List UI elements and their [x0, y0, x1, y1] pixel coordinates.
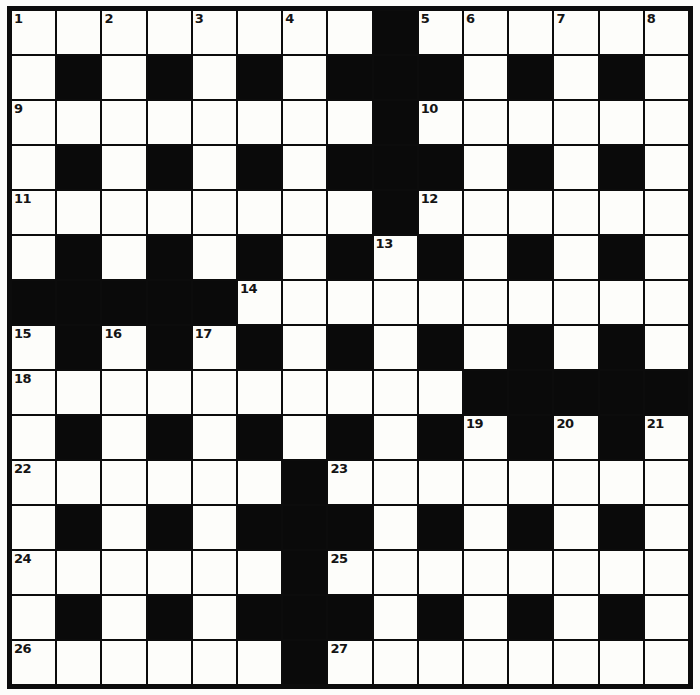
black-cell: [57, 416, 100, 459]
grid-cell[interactable]: [419, 461, 462, 504]
black-cell: [600, 506, 643, 549]
grid-cell[interactable]: [554, 56, 597, 99]
black-cell: [600, 596, 643, 639]
clue-number: 4: [285, 11, 294, 26]
grid-cell[interactable]: [238, 191, 281, 234]
grid-cell[interactable]: 19: [464, 416, 507, 459]
grid-cell[interactable]: [600, 101, 643, 144]
grid-cell[interactable]: [464, 326, 507, 369]
clue-number: 9: [14, 101, 23, 116]
grid-cell[interactable]: [283, 191, 326, 234]
black-cell: [148, 416, 191, 459]
clue-number: 22: [14, 461, 31, 476]
grid-cell[interactable]: [102, 236, 145, 279]
grid-cell[interactable]: 23: [328, 461, 371, 504]
grid-cell[interactable]: 25: [328, 551, 371, 594]
grid-cell[interactable]: [645, 56, 688, 99]
black-cell: [283, 461, 326, 504]
black-cell: [328, 506, 371, 549]
black-cell: [193, 281, 236, 324]
grid-cell[interactable]: [554, 596, 597, 639]
grid-cell[interactable]: [328, 101, 371, 144]
grid-cell[interactable]: [464, 641, 507, 684]
grid-cell[interactable]: [102, 191, 145, 234]
clue-number: 7: [556, 11, 565, 26]
grid-cell[interactable]: [645, 326, 688, 369]
grid-cell[interactable]: [554, 146, 597, 189]
clue-number: 14: [240, 281, 257, 296]
grid-cell[interactable]: [57, 371, 100, 414]
grid-cell[interactable]: [193, 506, 236, 549]
grid-cell[interactable]: 17: [193, 326, 236, 369]
clue-number: 19: [466, 416, 483, 431]
grid-cell[interactable]: [193, 641, 236, 684]
black-cell: [148, 236, 191, 279]
grid-cell[interactable]: [554, 236, 597, 279]
grid-cell[interactable]: [283, 146, 326, 189]
grid-cell[interactable]: [374, 461, 417, 504]
clue-number: 26: [14, 641, 31, 656]
grid-cell[interactable]: [238, 11, 281, 54]
grid-cell[interactable]: [102, 416, 145, 459]
black-cell: [509, 56, 552, 99]
grid-cell[interactable]: [238, 461, 281, 504]
grid-cell[interactable]: [464, 461, 507, 504]
clue-number: 1: [14, 11, 23, 26]
black-cell: [419, 146, 462, 189]
grid-cell[interactable]: [283, 236, 326, 279]
black-cell: [419, 506, 462, 549]
black-cell: [238, 506, 281, 549]
grid-cell[interactable]: [148, 101, 191, 144]
grid-cell[interactable]: [57, 461, 100, 504]
grid-cell[interactable]: 20: [554, 416, 597, 459]
grid-cell[interactable]: 7: [554, 11, 597, 54]
grid-cell[interactable]: 1: [12, 11, 55, 54]
grid-cell[interactable]: [193, 191, 236, 234]
grid-cell[interactable]: [57, 101, 100, 144]
grid-cell[interactable]: [193, 416, 236, 459]
grid-cell[interactable]: [374, 641, 417, 684]
grid-cell[interactable]: [464, 101, 507, 144]
grid-cell[interactable]: [102, 101, 145, 144]
grid-cell[interactable]: [464, 146, 507, 189]
grid-cell[interactable]: [238, 551, 281, 594]
grid-cell[interactable]: [374, 506, 417, 549]
black-cell: [238, 326, 281, 369]
clue-number: 3: [195, 11, 204, 26]
grid-cell[interactable]: 12: [419, 191, 462, 234]
black-cell: [57, 506, 100, 549]
grid-cell[interactable]: [374, 326, 417, 369]
black-cell: [509, 416, 552, 459]
black-cell: [464, 371, 507, 414]
grid-cell[interactable]: 18: [12, 371, 55, 414]
grid-cell[interactable]: [600, 461, 643, 504]
grid-cell[interactable]: [554, 551, 597, 594]
black-cell: [148, 281, 191, 324]
black-cell: [419, 56, 462, 99]
black-cell: [509, 146, 552, 189]
black-cell: [328, 416, 371, 459]
grid-cell[interactable]: [193, 236, 236, 279]
grid-cell[interactable]: [238, 101, 281, 144]
clue-number: 27: [330, 641, 347, 656]
black-cell: [374, 56, 417, 99]
crossword-board: 1234567891011121314151617181920212223242…: [7, 6, 693, 689]
grid-cell[interactable]: [554, 281, 597, 324]
grid-cell[interactable]: [600, 11, 643, 54]
grid-cell[interactable]: 6: [464, 11, 507, 54]
black-cell: [238, 56, 281, 99]
grid-cell[interactable]: 14: [238, 281, 281, 324]
grid-cell[interactable]: [238, 641, 281, 684]
black-cell: [645, 371, 688, 414]
clue-number: 17: [195, 326, 212, 341]
grid-cell[interactable]: [509, 191, 552, 234]
grid-cell[interactable]: [102, 596, 145, 639]
grid-cell[interactable]: [148, 551, 191, 594]
grid-cell[interactable]: [102, 146, 145, 189]
grid-cell[interactable]: [148, 11, 191, 54]
grid-cell[interactable]: [464, 596, 507, 639]
grid-cell[interactable]: [193, 551, 236, 594]
grid-cell[interactable]: [283, 416, 326, 459]
grid-cell[interactable]: [509, 281, 552, 324]
grid-cell[interactable]: [419, 371, 462, 414]
clue-number: 21: [647, 416, 664, 431]
grid-cell[interactable]: [645, 551, 688, 594]
grid-cell[interactable]: [193, 101, 236, 144]
grid-cell[interactable]: [645, 191, 688, 234]
grid-cell[interactable]: 22: [12, 461, 55, 504]
black-cell: [374, 146, 417, 189]
grid-cell[interactable]: [374, 551, 417, 594]
grid-cell[interactable]: 24: [12, 551, 55, 594]
grid-cell[interactable]: [193, 146, 236, 189]
grid-cell[interactable]: [328, 11, 371, 54]
scanned-page: 1234567891011121314151617181920212223242…: [0, 0, 700, 695]
black-cell: [238, 416, 281, 459]
black-cell: [600, 56, 643, 99]
clue-number: 2: [104, 11, 113, 26]
grid-cell[interactable]: [374, 371, 417, 414]
black-cell: [374, 11, 417, 54]
grid-cell[interactable]: [464, 506, 507, 549]
clue-number: 8: [647, 11, 656, 26]
black-cell: [283, 596, 326, 639]
grid-cell[interactable]: 10: [419, 101, 462, 144]
grid-cell[interactable]: 9: [12, 101, 55, 144]
grid-cell[interactable]: [193, 56, 236, 99]
black-cell: [283, 506, 326, 549]
grid-cell[interactable]: 15: [12, 326, 55, 369]
black-cell: [102, 281, 145, 324]
grid-cell[interactable]: [328, 191, 371, 234]
black-cell: [57, 326, 100, 369]
clue-number: 5: [421, 11, 430, 26]
black-cell: [57, 596, 100, 639]
grid-cell[interactable]: [419, 641, 462, 684]
clue-number: 6: [466, 11, 475, 26]
black-cell: [328, 326, 371, 369]
grid-cell[interactable]: [600, 281, 643, 324]
clue-number: 12: [421, 191, 438, 206]
grid-cell[interactable]: [464, 236, 507, 279]
clue-number: 13: [376, 236, 393, 251]
grid-cell[interactable]: [464, 281, 507, 324]
grid-cell[interactable]: [102, 551, 145, 594]
black-cell: [509, 236, 552, 279]
black-cell: [148, 596, 191, 639]
black-cell: [238, 596, 281, 639]
clue-number: 25: [330, 551, 347, 566]
grid-cell[interactable]: 2: [102, 11, 145, 54]
black-cell: [148, 326, 191, 369]
grid-cell[interactable]: [102, 371, 145, 414]
black-cell: [148, 56, 191, 99]
grid-cell[interactable]: [12, 506, 55, 549]
grid-cell[interactable]: [645, 146, 688, 189]
clue-number: 16: [104, 326, 121, 341]
grid-cell[interactable]: [464, 56, 507, 99]
black-cell: [419, 326, 462, 369]
grid-cell[interactable]: [238, 371, 281, 414]
grid-cell[interactable]: [102, 461, 145, 504]
grid-cell[interactable]: [283, 281, 326, 324]
grid-cell[interactable]: [645, 596, 688, 639]
black-cell: [148, 506, 191, 549]
grid-cell[interactable]: [57, 641, 100, 684]
black-cell: [283, 551, 326, 594]
grid-cell[interactable]: [57, 191, 100, 234]
grid-cell[interactable]: [464, 551, 507, 594]
grid-cell[interactable]: [148, 371, 191, 414]
black-cell: [374, 191, 417, 234]
grid-cell[interactable]: 4: [283, 11, 326, 54]
grid-cell[interactable]: [600, 191, 643, 234]
black-cell: [57, 281, 100, 324]
grid-cell[interactable]: [464, 191, 507, 234]
black-cell: [600, 416, 643, 459]
grid-cell[interactable]: [148, 641, 191, 684]
black-cell: [328, 236, 371, 279]
grid-cell[interactable]: [645, 641, 688, 684]
grid-cell[interactable]: [554, 191, 597, 234]
grid-cell[interactable]: [193, 461, 236, 504]
grid-cell[interactable]: [554, 461, 597, 504]
grid-cell[interactable]: [102, 56, 145, 99]
grid-cell[interactable]: 27: [328, 641, 371, 684]
grid-cell[interactable]: 5: [419, 11, 462, 54]
clue-number: 20: [556, 416, 573, 431]
grid-cell[interactable]: 16: [102, 326, 145, 369]
black-cell: [57, 56, 100, 99]
black-cell: [419, 416, 462, 459]
black-cell: [238, 146, 281, 189]
black-cell: [554, 371, 597, 414]
grid-cell[interactable]: 11: [12, 191, 55, 234]
grid-cell[interactable]: [102, 506, 145, 549]
grid-cell[interactable]: [554, 326, 597, 369]
grid-cell[interactable]: [509, 641, 552, 684]
black-cell: [57, 236, 100, 279]
grid-cell[interactable]: [645, 506, 688, 549]
black-cell: [148, 146, 191, 189]
grid-cell[interactable]: [374, 281, 417, 324]
grid-cell[interactable]: [193, 596, 236, 639]
grid-cell[interactable]: 26: [12, 641, 55, 684]
grid-cell[interactable]: [554, 641, 597, 684]
black-cell: [600, 371, 643, 414]
grid-cell[interactable]: [57, 11, 100, 54]
black-cell: [509, 326, 552, 369]
grid-cell[interactable]: [12, 56, 55, 99]
black-cell: [57, 146, 100, 189]
grid-cell[interactable]: [419, 551, 462, 594]
grid-cell[interactable]: [328, 281, 371, 324]
black-cell: [600, 236, 643, 279]
grid-cell[interactable]: [374, 596, 417, 639]
grid-cell[interactable]: [12, 236, 55, 279]
black-cell: [509, 371, 552, 414]
grid-cell[interactable]: [645, 461, 688, 504]
clue-number: 18: [14, 371, 31, 386]
grid-cell[interactable]: 8: [645, 11, 688, 54]
grid-cell[interactable]: [148, 191, 191, 234]
grid-cell[interactable]: [12, 596, 55, 639]
black-cell: [509, 596, 552, 639]
grid-cell[interactable]: [374, 416, 417, 459]
clue-number: 10: [421, 101, 438, 116]
black-cell: [328, 56, 371, 99]
clue-number: 24: [14, 551, 31, 566]
grid-cell[interactable]: [57, 551, 100, 594]
grid-cell[interactable]: [554, 101, 597, 144]
grid-cell[interactable]: [554, 506, 597, 549]
grid-cell[interactable]: [645, 101, 688, 144]
black-cell: [328, 146, 371, 189]
black-cell: [509, 506, 552, 549]
grid-cell[interactable]: [148, 461, 191, 504]
black-cell: [419, 596, 462, 639]
clue-number: 15: [14, 326, 31, 341]
grid-cell[interactable]: [509, 461, 552, 504]
clue-number: 23: [330, 461, 347, 476]
black-cell: [600, 326, 643, 369]
black-cell: [419, 236, 462, 279]
grid-cell[interactable]: [509, 11, 552, 54]
grid-cell[interactable]: 3: [193, 11, 236, 54]
black-cell: [374, 101, 417, 144]
grid-cell[interactable]: [283, 371, 326, 414]
grid-cell[interactable]: [509, 101, 552, 144]
grid-cell[interactable]: [600, 641, 643, 684]
grid-cell[interactable]: 21: [645, 416, 688, 459]
grid-cell[interactable]: [193, 371, 236, 414]
black-cell: [283, 641, 326, 684]
grid-cell[interactable]: [102, 641, 145, 684]
grid-cell[interactable]: [645, 281, 688, 324]
grid-cell[interactable]: [419, 281, 462, 324]
black-cell: [238, 236, 281, 279]
grid-cell[interactable]: 13: [374, 236, 417, 279]
grid-cell[interactable]: [283, 326, 326, 369]
grid-cell[interactable]: [283, 56, 326, 99]
black-cell: [600, 146, 643, 189]
black-cell: [328, 596, 371, 639]
clue-number: 11: [14, 191, 31, 206]
grid-cell[interactable]: [600, 551, 643, 594]
grid-cell[interactable]: [283, 101, 326, 144]
black-cell: [12, 281, 55, 324]
grid-cell[interactable]: [509, 551, 552, 594]
grid-cell[interactable]: [328, 371, 371, 414]
grid-cell[interactable]: [12, 416, 55, 459]
grid-cell[interactable]: [12, 146, 55, 189]
grid-cell[interactable]: [645, 236, 688, 279]
